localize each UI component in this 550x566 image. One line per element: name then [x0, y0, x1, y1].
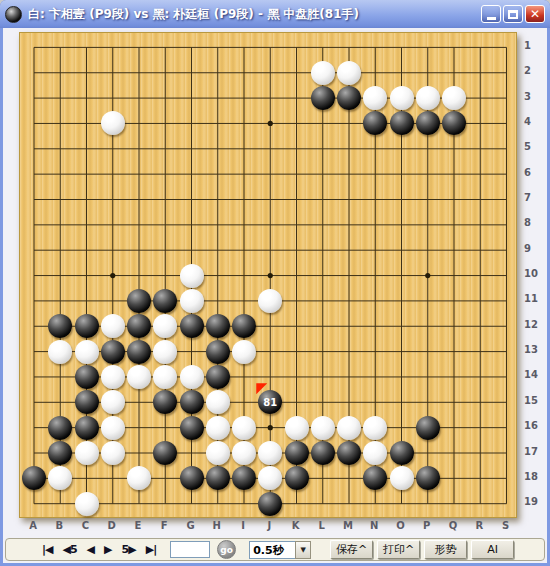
stone-black	[206, 340, 230, 364]
stone-white	[232, 416, 256, 440]
col-coordinate-label: J	[260, 520, 278, 531]
row-coordinate-label: 13	[524, 344, 544, 355]
stone-white	[206, 441, 230, 465]
col-coordinate-label: K	[287, 520, 305, 531]
stone-white	[337, 416, 361, 440]
nav-group: |◀ ◀5 ◀ ▶ 5▶ ▶|	[42, 543, 156, 556]
stone-white	[180, 264, 204, 288]
delay-value: 0.5秒	[249, 541, 295, 559]
row-coordinate-label: 18	[524, 471, 544, 482]
stone-white	[206, 416, 230, 440]
stone-black	[75, 365, 99, 389]
stone-black	[416, 416, 440, 440]
maximize-icon	[508, 10, 518, 19]
col-coordinate-label: I	[234, 520, 252, 531]
stone-black	[127, 340, 151, 364]
stone-white	[311, 416, 335, 440]
row-coordinate-label: 1	[524, 40, 544, 51]
stone-white	[206, 390, 230, 414]
row-coordinate-label: 4	[524, 116, 544, 127]
stone-black	[258, 492, 282, 516]
col-coordinate-label: A	[24, 520, 42, 531]
row-coordinate-label: 3	[524, 91, 544, 102]
stone-white	[101, 390, 125, 414]
app-window: 白: 卞相壹 (P9段) vs 黑: 朴廷桓 (P9段) - 黑 中盘胜(81手…	[0, 0, 550, 566]
nav-back-button[interactable]: ◀	[87, 543, 94, 556]
ai-button[interactable]: AI	[471, 540, 514, 559]
stone-white	[48, 340, 72, 364]
stone-black	[390, 111, 414, 135]
stone-black	[285, 441, 309, 465]
stone-white	[127, 365, 151, 389]
row-coordinate-label: 14	[524, 369, 544, 380]
row-coordinate-label: 6	[524, 167, 544, 178]
stone-white	[180, 289, 204, 313]
col-coordinate-label: E	[129, 520, 147, 531]
row-coordinate-label: 17	[524, 446, 544, 457]
stone-black	[337, 441, 361, 465]
stone-black	[337, 86, 361, 110]
col-coordinate-label: B	[50, 520, 68, 531]
row-coordinate-label: 16	[524, 420, 544, 431]
row-coordinate-label: 7	[524, 192, 544, 203]
stone-white	[75, 492, 99, 516]
stone-black	[101, 340, 125, 364]
window-body: 81 12345678910111213141516171819 ABCDEFG…	[3, 28, 547, 563]
stone-black	[285, 466, 309, 490]
col-coordinate-label: G	[182, 520, 200, 531]
close-button[interactable]: ✕	[525, 5, 545, 23]
toolbar: |◀ ◀5 ◀ ▶ 5▶ ▶| go 0.5秒 ▼ 保存^ 打印^ 形势 AI	[5, 538, 545, 561]
stone-black	[311, 441, 335, 465]
stone-white	[416, 86, 440, 110]
minimize-button[interactable]	[481, 5, 501, 23]
col-coordinate-label: C	[77, 520, 95, 531]
stone-black	[206, 466, 230, 490]
stone-white	[311, 61, 335, 85]
position-analysis-button[interactable]: 形势	[424, 540, 467, 559]
col-coordinate-label: L	[313, 520, 331, 531]
stone-white	[75, 340, 99, 364]
dropdown-arrow-icon[interactable]: ▼	[295, 541, 311, 559]
stone-black	[416, 466, 440, 490]
stone-black	[206, 314, 230, 338]
maximize-button[interactable]	[503, 5, 523, 23]
row-coordinate-label: 5	[524, 141, 544, 152]
stone-white	[101, 365, 125, 389]
delay-dropdown[interactable]: 0.5秒 ▼	[249, 541, 311, 559]
col-coordinate-label: R	[470, 520, 488, 531]
stone-black	[127, 289, 151, 313]
stone-white	[258, 289, 282, 313]
col-coordinate-label: P	[418, 520, 436, 531]
save-button[interactable]: 保存^	[330, 540, 373, 559]
stone-white	[442, 86, 466, 110]
col-coordinate-label: M	[339, 520, 357, 531]
stone-black	[75, 416, 99, 440]
stone-white	[101, 441, 125, 465]
col-coordinate-label: H	[208, 520, 226, 531]
stone-white	[232, 340, 256, 364]
row-coordinate-label: 12	[524, 319, 544, 330]
minimize-icon	[487, 17, 496, 20]
row-coordinate-label: 2	[524, 65, 544, 76]
last-move-number-label: 81	[263, 397, 277, 408]
stone-black	[206, 365, 230, 389]
stone-black	[153, 289, 177, 313]
stone-black	[48, 416, 72, 440]
titlebar: 白: 卞相壹 (P9段) vs 黑: 朴廷桓 (P9段) - 黑 中盘胜(81手…	[0, 0, 550, 28]
stone-white	[232, 441, 256, 465]
stone-white	[285, 416, 309, 440]
go-stone-app-icon	[5, 6, 22, 23]
stone-white	[337, 61, 361, 85]
move-number-input[interactable]	[170, 541, 210, 558]
col-coordinate-label: N	[365, 520, 383, 531]
stone-black	[75, 390, 99, 414]
stone-white	[363, 416, 387, 440]
stone-white	[390, 86, 414, 110]
row-coordinate-label: 11	[524, 293, 544, 304]
stone-white	[180, 365, 204, 389]
stone-black	[180, 416, 204, 440]
nav-forward-5-button[interactable]: 5▶	[122, 543, 136, 556]
row-coordinate-label: 10	[524, 268, 544, 279]
stone-white	[390, 466, 414, 490]
goban[interactable]: 81	[19, 32, 517, 518]
col-coordinate-label: O	[392, 520, 410, 531]
col-coordinate-label: S	[497, 520, 515, 531]
nav-back-5-button[interactable]: ◀5	[62, 543, 76, 556]
stone-white	[153, 340, 177, 364]
stone-white	[101, 314, 125, 338]
stone-white	[75, 441, 99, 465]
action-buttons: 保存^ 打印^ 形势 AI	[330, 540, 514, 559]
stone-black	[390, 441, 414, 465]
col-coordinate-label: D	[103, 520, 121, 531]
row-coordinate-label: 9	[524, 243, 544, 254]
col-coordinate-label: F	[155, 520, 173, 531]
stone-black	[75, 314, 99, 338]
stone-black	[311, 86, 335, 110]
stone-black	[180, 466, 204, 490]
stone-white	[101, 416, 125, 440]
nav-forward-button[interactable]: ▶	[104, 543, 111, 556]
row-coordinate-label: 15	[524, 395, 544, 406]
window-title: 白: 卞相壹 (P9段) vs 黑: 朴廷桓 (P9段) - 黑 中盘胜(81手…	[28, 6, 475, 23]
window-controls: ✕	[481, 5, 545, 23]
print-button[interactable]: 打印^	[377, 540, 420, 559]
col-coordinate-label: Q	[444, 520, 462, 531]
stone-black	[180, 390, 204, 414]
go-button[interactable]: go	[217, 540, 236, 559]
row-coordinate-label: 19	[524, 496, 544, 507]
nav-first-button[interactable]: |◀	[42, 543, 52, 556]
stone-black	[180, 314, 204, 338]
row-coordinate-label: 8	[524, 217, 544, 228]
nav-last-button[interactable]: ▶|	[146, 543, 156, 556]
